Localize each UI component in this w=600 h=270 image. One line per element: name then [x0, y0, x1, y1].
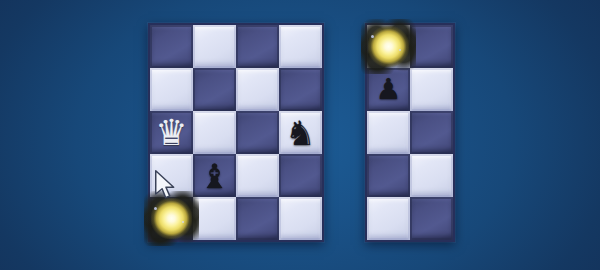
- main-board-cell-r4c1[interactable]: [193, 197, 236, 240]
- main-board-cell-r1c0[interactable]: [150, 68, 193, 111]
- piece-black-knight[interactable]: ♞: [279, 111, 322, 154]
- main-board-cell-r1c3[interactable]: [279, 68, 322, 111]
- game-stage: ♛♞♝♟: [0, 0, 600, 270]
- side-board-cell-r2c1[interactable]: [410, 111, 453, 154]
- main-board-cell-r3c0[interactable]: [150, 154, 193, 197]
- main-board-cell-r3c3[interactable]: [279, 154, 322, 197]
- main-board-cell-r1c2[interactable]: [236, 68, 279, 111]
- main-board-cell-r0c2[interactable]: [236, 25, 279, 68]
- piece-black-bishop[interactable]: ♝: [193, 154, 236, 197]
- side-board-cell-r1c1[interactable]: [410, 68, 453, 111]
- main-board-cell-r4c3[interactable]: [279, 197, 322, 240]
- side-board-cell-r3c0[interactable]: [367, 154, 410, 197]
- side-board-cell-r4c1[interactable]: [410, 197, 453, 240]
- main-board-cell-r0c3[interactable]: [279, 25, 322, 68]
- main-board-cell-r1c1[interactable]: [193, 68, 236, 111]
- side-board-cell-r0c1[interactable]: [410, 25, 453, 68]
- side-board: ♟: [365, 23, 455, 242]
- piece-black-pawn[interactable]: ♟: [367, 68, 410, 111]
- main-board: ♛♞♝: [148, 23, 324, 242]
- main-board-cell-r2c2[interactable]: [236, 111, 279, 154]
- side-board-cell-r3c1[interactable]: [410, 154, 453, 197]
- main-board-cell-r4c2[interactable]: [236, 197, 279, 240]
- side-board-cell-r2c0[interactable]: [367, 111, 410, 154]
- main-board-cell-r0c0[interactable]: [150, 25, 193, 68]
- piece-white-queen[interactable]: ♛: [150, 111, 193, 154]
- side-board-cell-r4c0[interactable]: [367, 197, 410, 240]
- main-board-cell-r4c0[interactable]: [150, 197, 193, 240]
- main-board-cell-r3c2[interactable]: [236, 154, 279, 197]
- main-board-cell-r2c1[interactable]: [193, 111, 236, 154]
- main-board-cell-r0c1[interactable]: [193, 25, 236, 68]
- side-board-cell-r0c0[interactable]: [367, 25, 410, 68]
